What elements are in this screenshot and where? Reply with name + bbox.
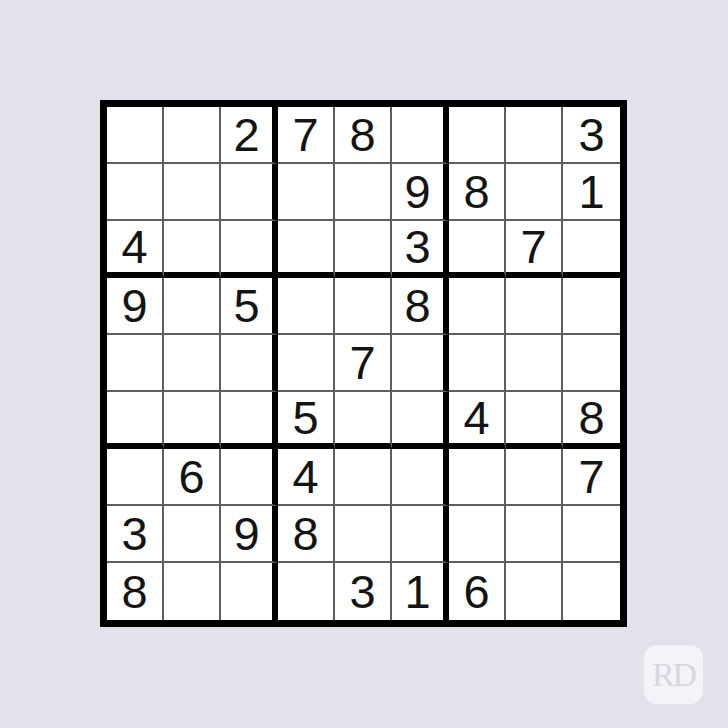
sudoku-cell-r5c1[interactable] — [107, 335, 164, 392]
sudoku-cell-r2c9[interactable]: 1 — [563, 164, 620, 221]
sudoku-cell-r9c1[interactable]: 8 — [107, 563, 164, 620]
sudoku-cell-r2c5[interactable] — [335, 164, 392, 221]
sudoku-cell-r1c1[interactable] — [107, 107, 164, 164]
sudoku-cell-r3c1[interactable]: 4 — [107, 221, 164, 278]
sudoku-cell-r9c2[interactable] — [164, 563, 221, 620]
sudoku-cell-r6c8[interactable] — [506, 392, 563, 449]
sudoku-cell-r9c8[interactable] — [506, 563, 563, 620]
sudoku-cell-r5c7[interactable] — [449, 335, 506, 392]
sudoku-cell-r6c9[interactable]: 8 — [563, 392, 620, 449]
sudoku-cell-r1c9[interactable]: 3 — [563, 107, 620, 164]
sudoku-cell-r1c6[interactable] — [392, 107, 449, 164]
sudoku-cell-r8c8[interactable] — [506, 506, 563, 563]
sudoku-cell-r7c9[interactable]: 7 — [563, 449, 620, 506]
sudoku-cell-r9c7[interactable]: 6 — [449, 563, 506, 620]
sudoku-cell-r9c5[interactable]: 3 — [335, 563, 392, 620]
sudoku-cell-r7c5[interactable] — [335, 449, 392, 506]
sudoku-cell-r7c7[interactable] — [449, 449, 506, 506]
sudoku-cell-r1c4[interactable]: 7 — [278, 107, 335, 164]
sudoku-cell-r1c8[interactable] — [506, 107, 563, 164]
sudoku-cell-r5c8[interactable] — [506, 335, 563, 392]
sudoku-cell-r3c7[interactable] — [449, 221, 506, 278]
sudoku-cell-r6c7[interactable]: 4 — [449, 392, 506, 449]
sudoku-cell-r3c5[interactable] — [335, 221, 392, 278]
sudoku-cell-r7c3[interactable] — [221, 449, 278, 506]
sudoku-cell-r6c6[interactable] — [392, 392, 449, 449]
sudoku-cell-r5c2[interactable] — [164, 335, 221, 392]
sudoku-cell-r6c4[interactable]: 5 — [278, 392, 335, 449]
sudoku-cell-r6c2[interactable] — [164, 392, 221, 449]
sudoku-cell-r9c6[interactable]: 1 — [392, 563, 449, 620]
sudoku-cell-r8c1[interactable]: 3 — [107, 506, 164, 563]
sudoku-cell-r4c3[interactable]: 5 — [221, 278, 278, 335]
sudoku-cell-r4c9[interactable] — [563, 278, 620, 335]
sudoku-cell-r4c5[interactable] — [335, 278, 392, 335]
sudoku-cell-r1c5[interactable]: 8 — [335, 107, 392, 164]
sudoku-cell-r4c1[interactable]: 9 — [107, 278, 164, 335]
sudoku-cell-r6c3[interactable] — [221, 392, 278, 449]
sudoku-cell-r9c3[interactable] — [221, 563, 278, 620]
sudoku-cell-r8c6[interactable] — [392, 506, 449, 563]
sudoku-cell-r7c2[interactable]: 6 — [164, 449, 221, 506]
sudoku-cell-r7c1[interactable] — [107, 449, 164, 506]
sudoku-cell-r7c6[interactable] — [392, 449, 449, 506]
sudoku-cell-r1c2[interactable] — [164, 107, 221, 164]
sudoku-cell-r3c6[interactable]: 3 — [392, 221, 449, 278]
sudoku-cell-r9c4[interactable] — [278, 563, 335, 620]
rd-logo: RD — [644, 645, 703, 704]
sudoku-cell-r3c3[interactable] — [221, 221, 278, 278]
sudoku-cell-r7c4[interactable]: 4 — [278, 449, 335, 506]
sudoku-cell-r3c8[interactable]: 7 — [506, 221, 563, 278]
sudoku-cell-r5c4[interactable] — [278, 335, 335, 392]
sudoku-cell-r1c3[interactable]: 2 — [221, 107, 278, 164]
sudoku-cell-r2c8[interactable] — [506, 164, 563, 221]
sudoku-cell-r2c2[interactable] — [164, 164, 221, 221]
sudoku-cell-r6c5[interactable] — [335, 392, 392, 449]
sudoku-cell-r9c9[interactable] — [563, 563, 620, 620]
page-background: 278398143795875486473988316 RD — [0, 0, 728, 728]
sudoku-cell-r8c2[interactable] — [164, 506, 221, 563]
sudoku-cell-r5c3[interactable] — [221, 335, 278, 392]
sudoku-cell-r8c7[interactable] — [449, 506, 506, 563]
sudoku-cell-r2c3[interactable] — [221, 164, 278, 221]
sudoku-cell-r8c3[interactable]: 9 — [221, 506, 278, 563]
sudoku-board: 278398143795875486473988316 — [100, 100, 627, 627]
sudoku-cell-r2c7[interactable]: 8 — [449, 164, 506, 221]
sudoku-cell-r4c8[interactable] — [506, 278, 563, 335]
sudoku-cell-r1c7[interactable] — [449, 107, 506, 164]
sudoku-cell-r4c4[interactable] — [278, 278, 335, 335]
sudoku-cell-r2c6[interactable]: 9 — [392, 164, 449, 221]
sudoku-cell-r4c6[interactable]: 8 — [392, 278, 449, 335]
sudoku-cell-r3c9[interactable] — [563, 221, 620, 278]
sudoku-cell-r8c9[interactable] — [563, 506, 620, 563]
sudoku-cell-r5c6[interactable] — [392, 335, 449, 392]
sudoku-cell-r5c5[interactable]: 7 — [335, 335, 392, 392]
sudoku-cell-r4c2[interactable] — [164, 278, 221, 335]
sudoku-cell-r3c2[interactable] — [164, 221, 221, 278]
sudoku-cell-r8c4[interactable]: 8 — [278, 506, 335, 563]
sudoku-cell-r6c1[interactable] — [107, 392, 164, 449]
sudoku-cell-r8c5[interactable] — [335, 506, 392, 563]
rd-logo-text: RD — [652, 656, 695, 694]
sudoku-cell-r4c7[interactable] — [449, 278, 506, 335]
sudoku-cell-r2c1[interactable] — [107, 164, 164, 221]
sudoku-cell-r7c8[interactable] — [506, 449, 563, 506]
sudoku-cell-r3c4[interactable] — [278, 221, 335, 278]
sudoku-cell-r2c4[interactable] — [278, 164, 335, 221]
sudoku-cell-r5c9[interactable] — [563, 335, 620, 392]
